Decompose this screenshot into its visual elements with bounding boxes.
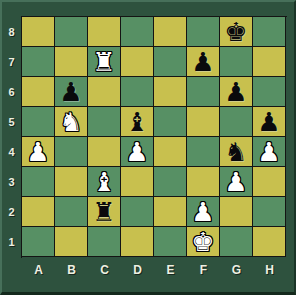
- rank-label-2: 2: [2, 197, 21, 227]
- black-rook[interactable]: ♜: [92, 198, 115, 226]
- square-d8[interactable]: [121, 17, 154, 47]
- square-a5[interactable]: [22, 107, 55, 137]
- rank-label-8: 8: [2, 17, 21, 47]
- square-h7[interactable]: [253, 47, 286, 77]
- white-pawn[interactable]: ♟: [26, 138, 49, 166]
- square-e5[interactable]: [154, 107, 187, 137]
- square-h4[interactable]: ♟: [253, 137, 286, 167]
- square-g3[interactable]: ♟: [220, 167, 253, 197]
- rank-label-1: 1: [2, 227, 21, 257]
- white-knight[interactable]: ♞: [59, 108, 82, 136]
- square-a2[interactable]: [22, 197, 55, 227]
- file-label-e: E: [154, 259, 187, 281]
- square-e4[interactable]: [154, 137, 187, 167]
- black-pawn[interactable]: ♟: [59, 78, 82, 106]
- square-c6[interactable]: [88, 77, 121, 107]
- square-f7[interactable]: ♟: [187, 47, 220, 77]
- square-b3[interactable]: [55, 167, 88, 197]
- square-f3[interactable]: [187, 167, 220, 197]
- square-h6[interactable]: [253, 77, 286, 107]
- square-h2[interactable]: [253, 197, 286, 227]
- square-a7[interactable]: [22, 47, 55, 77]
- square-c4[interactable]: [88, 137, 121, 167]
- square-c8[interactable]: [88, 17, 121, 47]
- white-pawn[interactable]: ♟: [257, 138, 280, 166]
- square-a3[interactable]: [22, 167, 55, 197]
- square-f6[interactable]: [187, 77, 220, 107]
- square-h3[interactable]: [253, 167, 286, 197]
- square-d2[interactable]: [121, 197, 154, 227]
- square-c2[interactable]: ♜: [88, 197, 121, 227]
- white-bishop[interactable]: ♝: [92, 168, 115, 196]
- rank-label-4: 4: [2, 137, 21, 167]
- file-label-d: D: [121, 259, 154, 281]
- square-d6[interactable]: [121, 77, 154, 107]
- square-f5[interactable]: [187, 107, 220, 137]
- black-bishop[interactable]: ♝: [125, 108, 148, 136]
- square-e3[interactable]: [154, 167, 187, 197]
- square-h1[interactable]: [253, 227, 286, 257]
- square-a8[interactable]: [22, 17, 55, 47]
- square-g4[interactable]: ♞: [220, 137, 253, 167]
- black-pawn[interactable]: ♟: [224, 78, 247, 106]
- square-g7[interactable]: [220, 47, 253, 77]
- square-b7[interactable]: [55, 47, 88, 77]
- square-f4[interactable]: [187, 137, 220, 167]
- white-pawn[interactable]: ♟: [125, 138, 148, 166]
- square-g1[interactable]: [220, 227, 253, 257]
- file-label-c: C: [88, 259, 121, 281]
- rank-label-7: 7: [2, 47, 21, 77]
- black-pawn[interactable]: ♟: [191, 48, 214, 76]
- black-king[interactable]: ♚: [224, 18, 247, 46]
- white-pawn[interactable]: ♟: [191, 198, 214, 226]
- black-pawn[interactable]: ♟: [257, 108, 280, 136]
- square-c1[interactable]: [88, 227, 121, 257]
- square-a4[interactable]: ♟: [22, 137, 55, 167]
- black-knight[interactable]: ♞: [224, 138, 247, 166]
- rank-label-6: 6: [2, 77, 21, 107]
- square-d7[interactable]: [121, 47, 154, 77]
- file-label-b: B: [55, 259, 88, 281]
- square-c3[interactable]: ♝: [88, 167, 121, 197]
- square-g6[interactable]: ♟: [220, 77, 253, 107]
- square-f1[interactable]: ♚: [187, 227, 220, 257]
- file-label-h: H: [253, 259, 286, 281]
- square-b8[interactable]: [55, 17, 88, 47]
- square-h8[interactable]: [253, 17, 286, 47]
- square-b1[interactable]: [55, 227, 88, 257]
- square-e1[interactable]: [154, 227, 187, 257]
- white-king[interactable]: ♚: [191, 228, 214, 256]
- square-e2[interactable]: [154, 197, 187, 227]
- square-d4[interactable]: ♟: [121, 137, 154, 167]
- square-a1[interactable]: [22, 227, 55, 257]
- square-g8[interactable]: ♚: [220, 17, 253, 47]
- square-g2[interactable]: [220, 197, 253, 227]
- square-b2[interactable]: [55, 197, 88, 227]
- square-f8[interactable]: [187, 17, 220, 47]
- square-f2[interactable]: ♟: [187, 197, 220, 227]
- square-b5[interactable]: ♞: [55, 107, 88, 137]
- square-g5[interactable]: [220, 107, 253, 137]
- square-e8[interactable]: [154, 17, 187, 47]
- square-a6[interactable]: [22, 77, 55, 107]
- rank-label-5: 5: [2, 107, 21, 137]
- square-b6[interactable]: ♟: [55, 77, 88, 107]
- square-d1[interactable]: [121, 227, 154, 257]
- square-c7[interactable]: ♜: [88, 47, 121, 77]
- white-rook[interactable]: ♜: [92, 48, 115, 76]
- square-e7[interactable]: [154, 47, 187, 77]
- square-e6[interactable]: [154, 77, 187, 107]
- rank-label-3: 3: [2, 167, 21, 197]
- square-d3[interactable]: [121, 167, 154, 197]
- file-label-g: G: [220, 259, 253, 281]
- square-h5[interactable]: ♟: [253, 107, 286, 137]
- square-c5[interactable]: [88, 107, 121, 137]
- file-label-f: F: [187, 259, 220, 281]
- file-label-a: A: [22, 259, 55, 281]
- chess-board: ♚♜♟♟♟♞♝♟♟♟♞♟♝♟♜♟♚: [21, 16, 287, 258]
- white-pawn[interactable]: ♟: [224, 168, 247, 196]
- chess-board-frame: ♚♜♟♟♟♞♝♟♟♟♞♟♝♟♜♟♚ 87654321 ABCDEFGH: [0, 0, 296, 295]
- square-d5[interactable]: ♝: [121, 107, 154, 137]
- square-b4[interactable]: [55, 137, 88, 167]
